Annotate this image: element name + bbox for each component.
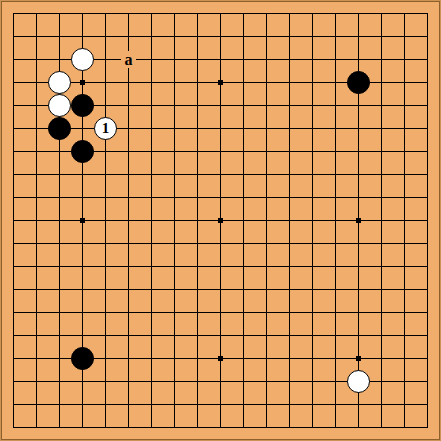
board-point xyxy=(255,347,278,370)
board-point xyxy=(2,94,25,117)
board-point xyxy=(255,71,278,94)
board-point xyxy=(416,48,439,71)
board-point xyxy=(301,416,324,439)
board-point xyxy=(117,347,140,370)
board-point xyxy=(163,324,186,347)
board-point xyxy=(186,278,209,301)
board-point xyxy=(278,324,301,347)
board-point xyxy=(25,2,48,25)
star-point xyxy=(356,218,361,223)
board-point xyxy=(71,393,94,416)
board-point xyxy=(2,347,25,370)
board-point xyxy=(416,117,439,140)
board-point xyxy=(94,25,117,48)
board-point xyxy=(347,117,370,140)
board-point xyxy=(48,347,71,370)
board-point xyxy=(117,2,140,25)
board-point xyxy=(347,25,370,48)
board-point xyxy=(393,393,416,416)
board-point xyxy=(393,416,416,439)
board-point: a xyxy=(117,48,140,71)
board-point xyxy=(71,140,94,163)
board-point xyxy=(209,71,232,94)
board-point xyxy=(140,232,163,255)
board-point xyxy=(2,48,25,71)
board-point xyxy=(324,278,347,301)
point-label-a: a xyxy=(121,51,136,68)
board-point xyxy=(393,370,416,393)
board-point xyxy=(94,163,117,186)
board-point xyxy=(117,301,140,324)
board-point xyxy=(117,324,140,347)
board-point xyxy=(301,71,324,94)
board-point xyxy=(48,25,71,48)
board-point xyxy=(2,186,25,209)
board-point xyxy=(324,117,347,140)
board-point xyxy=(71,347,94,370)
board-point xyxy=(117,416,140,439)
board-point xyxy=(140,71,163,94)
board-point xyxy=(393,255,416,278)
board-point xyxy=(186,255,209,278)
board-point xyxy=(48,232,71,255)
board-point xyxy=(163,163,186,186)
board-point xyxy=(370,347,393,370)
move-number-label: 1 xyxy=(102,121,110,136)
board-point xyxy=(370,48,393,71)
board-point xyxy=(163,71,186,94)
board-point xyxy=(416,232,439,255)
board-point xyxy=(94,393,117,416)
board-point xyxy=(347,48,370,71)
board-point xyxy=(255,370,278,393)
board-point xyxy=(324,71,347,94)
board-point xyxy=(25,94,48,117)
board-point xyxy=(94,209,117,232)
board-point xyxy=(347,370,370,393)
board-point xyxy=(232,393,255,416)
board-point xyxy=(393,186,416,209)
board-point xyxy=(278,347,301,370)
board-point xyxy=(94,301,117,324)
board-point xyxy=(25,324,48,347)
board-point xyxy=(370,416,393,439)
board-point xyxy=(209,25,232,48)
board-point xyxy=(25,48,48,71)
board-point xyxy=(186,94,209,117)
board-point xyxy=(163,255,186,278)
board-point xyxy=(416,347,439,370)
board-point xyxy=(186,324,209,347)
board-point xyxy=(2,232,25,255)
star-point xyxy=(218,218,223,223)
board-point xyxy=(347,393,370,416)
board-point xyxy=(48,301,71,324)
board-point xyxy=(324,48,347,71)
board-point xyxy=(255,232,278,255)
board-point xyxy=(48,370,71,393)
board-point xyxy=(232,94,255,117)
board-point xyxy=(301,94,324,117)
board-point xyxy=(140,347,163,370)
black-stone xyxy=(347,71,370,94)
board-point xyxy=(278,2,301,25)
board-point xyxy=(2,416,25,439)
board-point xyxy=(2,278,25,301)
black-stone xyxy=(71,140,94,163)
board-point xyxy=(301,301,324,324)
board-point xyxy=(71,2,94,25)
board-point xyxy=(48,209,71,232)
board-point xyxy=(71,163,94,186)
board-point xyxy=(370,117,393,140)
board-point xyxy=(140,324,163,347)
board-point xyxy=(393,2,416,25)
board-point xyxy=(347,94,370,117)
board-point xyxy=(301,48,324,71)
board-point xyxy=(48,186,71,209)
board-point xyxy=(140,94,163,117)
board-point xyxy=(301,278,324,301)
board-point xyxy=(209,48,232,71)
board-point xyxy=(25,209,48,232)
board-point xyxy=(347,324,370,347)
board-point xyxy=(117,393,140,416)
board-point xyxy=(370,163,393,186)
board-point xyxy=(301,2,324,25)
board-point xyxy=(186,48,209,71)
board-point xyxy=(2,255,25,278)
board-point xyxy=(209,209,232,232)
board-point xyxy=(278,117,301,140)
board-point xyxy=(278,232,301,255)
board-point xyxy=(25,370,48,393)
board-point xyxy=(347,232,370,255)
board-point xyxy=(347,209,370,232)
board-point xyxy=(209,393,232,416)
board-point xyxy=(324,232,347,255)
board-point xyxy=(2,301,25,324)
board-point xyxy=(117,255,140,278)
board-point xyxy=(416,186,439,209)
board-point xyxy=(117,278,140,301)
board-point xyxy=(186,117,209,140)
board-point xyxy=(370,2,393,25)
board-point xyxy=(71,71,94,94)
board-point xyxy=(48,255,71,278)
board-point xyxy=(94,140,117,163)
go-board: a1 xyxy=(1,1,440,440)
board-point xyxy=(232,416,255,439)
board-point xyxy=(94,2,117,25)
board-point xyxy=(186,163,209,186)
board-point xyxy=(48,416,71,439)
board-point xyxy=(393,163,416,186)
board-point xyxy=(94,48,117,71)
board-point xyxy=(209,2,232,25)
board-point xyxy=(48,140,71,163)
board-point xyxy=(71,255,94,278)
board-point xyxy=(370,370,393,393)
black-stone xyxy=(71,347,94,370)
board-point xyxy=(393,278,416,301)
board-point xyxy=(232,186,255,209)
board-point xyxy=(324,186,347,209)
board-point xyxy=(301,324,324,347)
board-point xyxy=(255,94,278,117)
board-grid: a1 xyxy=(2,2,439,439)
board-point xyxy=(163,117,186,140)
board-point xyxy=(301,370,324,393)
board-point xyxy=(140,186,163,209)
board-point xyxy=(163,140,186,163)
board-point xyxy=(347,278,370,301)
board-point xyxy=(140,370,163,393)
board-point xyxy=(255,140,278,163)
board-point xyxy=(140,278,163,301)
board-point xyxy=(140,117,163,140)
board-point xyxy=(416,25,439,48)
board-point xyxy=(278,71,301,94)
board-point xyxy=(186,232,209,255)
board-point xyxy=(255,117,278,140)
board-point xyxy=(117,71,140,94)
board-point xyxy=(416,393,439,416)
board-point xyxy=(255,324,278,347)
board-point xyxy=(278,140,301,163)
board-point xyxy=(48,278,71,301)
board-point xyxy=(48,48,71,71)
board-point xyxy=(140,301,163,324)
board-point xyxy=(209,278,232,301)
board-point xyxy=(2,393,25,416)
board-point xyxy=(25,347,48,370)
board-point xyxy=(347,416,370,439)
board-point xyxy=(416,416,439,439)
board-point xyxy=(94,71,117,94)
board-point xyxy=(301,186,324,209)
star-point xyxy=(218,356,223,361)
board-point xyxy=(232,370,255,393)
board-point xyxy=(48,117,71,140)
board-point xyxy=(255,278,278,301)
board-point xyxy=(209,324,232,347)
board-point xyxy=(278,94,301,117)
board-point xyxy=(94,186,117,209)
board-point xyxy=(370,140,393,163)
board-point xyxy=(71,209,94,232)
board-point xyxy=(25,301,48,324)
white-stone xyxy=(71,48,94,71)
board-point xyxy=(2,324,25,347)
board-point xyxy=(393,25,416,48)
board-point xyxy=(94,232,117,255)
board-point xyxy=(278,301,301,324)
board-point xyxy=(71,25,94,48)
board-point xyxy=(324,370,347,393)
board-point xyxy=(48,324,71,347)
board-point xyxy=(140,393,163,416)
board-point xyxy=(94,324,117,347)
board-point xyxy=(393,232,416,255)
board-point xyxy=(232,278,255,301)
board-point xyxy=(393,347,416,370)
board-point xyxy=(163,232,186,255)
star-point xyxy=(356,356,361,361)
board-point xyxy=(140,416,163,439)
board-point xyxy=(117,209,140,232)
board-point xyxy=(301,140,324,163)
board-point xyxy=(416,2,439,25)
black-stone xyxy=(48,117,71,140)
board-point xyxy=(48,71,71,94)
board-point xyxy=(186,186,209,209)
board-point xyxy=(232,71,255,94)
board-point xyxy=(209,347,232,370)
board-point xyxy=(117,163,140,186)
board-point xyxy=(48,163,71,186)
board-point xyxy=(117,117,140,140)
board-point xyxy=(232,324,255,347)
board-point xyxy=(71,117,94,140)
board-point xyxy=(416,255,439,278)
board-point xyxy=(25,416,48,439)
board-point xyxy=(2,117,25,140)
board-point xyxy=(117,370,140,393)
board-point xyxy=(324,255,347,278)
board-point xyxy=(163,94,186,117)
board-point xyxy=(117,186,140,209)
board-point xyxy=(232,25,255,48)
white-stone xyxy=(48,71,71,94)
board-point xyxy=(25,71,48,94)
board-point xyxy=(71,94,94,117)
board-point xyxy=(186,301,209,324)
board-point xyxy=(209,255,232,278)
board-point xyxy=(370,393,393,416)
board-point xyxy=(324,163,347,186)
board-point xyxy=(232,163,255,186)
board-point xyxy=(2,2,25,25)
board-point xyxy=(370,94,393,117)
board-point xyxy=(278,209,301,232)
star-point xyxy=(80,80,85,85)
board-point xyxy=(163,48,186,71)
white-stone: 1 xyxy=(94,117,117,140)
board-point xyxy=(209,186,232,209)
board-point xyxy=(347,2,370,25)
board-point xyxy=(209,140,232,163)
board-point xyxy=(2,25,25,48)
board-point xyxy=(278,25,301,48)
board-point xyxy=(255,416,278,439)
white-stone xyxy=(48,94,71,117)
star-point xyxy=(218,80,223,85)
board-point xyxy=(278,278,301,301)
board-point xyxy=(370,301,393,324)
board-point xyxy=(255,163,278,186)
board-point xyxy=(163,278,186,301)
board-point xyxy=(186,2,209,25)
board-point xyxy=(416,94,439,117)
board-point xyxy=(370,71,393,94)
board-point xyxy=(278,186,301,209)
board-point xyxy=(255,186,278,209)
board-point xyxy=(71,370,94,393)
board-point xyxy=(25,255,48,278)
board-point xyxy=(370,324,393,347)
board-point xyxy=(324,324,347,347)
board-point xyxy=(25,140,48,163)
board-point xyxy=(163,209,186,232)
board-point xyxy=(416,209,439,232)
board-point xyxy=(232,209,255,232)
board-point xyxy=(186,393,209,416)
board-point xyxy=(301,163,324,186)
board-point xyxy=(301,393,324,416)
board-point xyxy=(117,232,140,255)
board-point xyxy=(2,209,25,232)
board-point xyxy=(71,324,94,347)
board-point xyxy=(140,48,163,71)
board-point xyxy=(347,140,370,163)
board-point xyxy=(186,416,209,439)
board-point xyxy=(324,25,347,48)
board-point xyxy=(94,255,117,278)
board-point xyxy=(416,140,439,163)
board-point xyxy=(393,209,416,232)
board-point xyxy=(324,140,347,163)
board-point xyxy=(278,48,301,71)
board-point xyxy=(25,232,48,255)
board-point xyxy=(163,301,186,324)
board-point xyxy=(232,347,255,370)
board-point xyxy=(163,347,186,370)
board-point xyxy=(25,393,48,416)
board-point xyxy=(255,301,278,324)
board-point xyxy=(278,416,301,439)
board-point xyxy=(94,278,117,301)
board-point xyxy=(370,278,393,301)
board-point xyxy=(393,48,416,71)
board-point xyxy=(163,25,186,48)
board-point xyxy=(324,2,347,25)
go-board-frame: a1 xyxy=(0,0,441,441)
board-point xyxy=(232,301,255,324)
board-point xyxy=(25,25,48,48)
board-point xyxy=(232,2,255,25)
board-point xyxy=(94,370,117,393)
board-point xyxy=(232,48,255,71)
board-point xyxy=(163,416,186,439)
board-point xyxy=(94,94,117,117)
black-stone xyxy=(71,94,94,117)
board-point xyxy=(301,209,324,232)
board-point xyxy=(48,94,71,117)
board-point xyxy=(186,347,209,370)
board-point xyxy=(347,301,370,324)
board-point xyxy=(48,393,71,416)
board-point xyxy=(186,71,209,94)
board-point xyxy=(186,209,209,232)
board-point xyxy=(94,416,117,439)
board-point xyxy=(2,140,25,163)
board-point xyxy=(370,186,393,209)
board-point xyxy=(209,117,232,140)
board-point xyxy=(347,255,370,278)
board-point xyxy=(393,301,416,324)
board-point xyxy=(416,301,439,324)
